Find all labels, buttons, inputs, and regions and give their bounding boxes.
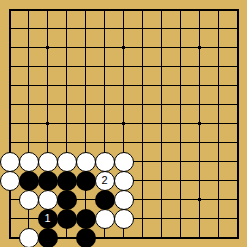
white-stone-c5r9[interactable]: 2 (95, 171, 115, 191)
black-stone-c5r10[interactable] (95, 190, 115, 210)
white-stone-c1r12[interactable] (19, 228, 39, 247)
white-stone-c6r10[interactable] (114, 190, 134, 210)
black-stone-c2r12[interactable] (38, 228, 58, 247)
grid-line-vertical (142, 10, 143, 238)
white-stone-c2r8[interactable] (38, 152, 58, 172)
go-board-diagram: 21 (0, 0, 247, 247)
black-stone-c1r9[interactable] (19, 171, 39, 191)
white-stone-c3r8[interactable] (57, 152, 77, 172)
star-point (198, 46, 201, 49)
white-stone-c6r8[interactable] (114, 152, 134, 172)
white-stone-c1r8[interactable] (19, 152, 39, 172)
grid-line-vertical (161, 10, 162, 238)
white-stone-c0r9[interactable] (0, 171, 20, 191)
star-point (46, 46, 49, 49)
go-board[interactable]: 21 (0, 0, 247, 247)
white-stone-c2r10[interactable] (38, 190, 58, 210)
move-number-label: 2 (101, 175, 107, 186)
star-point (122, 122, 125, 125)
black-stone-c3r10[interactable] (57, 190, 77, 210)
star-point (46, 122, 49, 125)
black-stone-c2r11[interactable]: 1 (38, 209, 58, 229)
white-stone-c0r8[interactable] (0, 152, 20, 172)
white-stone-c5r8[interactable] (95, 152, 115, 172)
star-point (122, 46, 125, 49)
white-stone-c1r10[interactable] (19, 190, 39, 210)
white-stone-c6r9[interactable] (114, 171, 134, 191)
move-number-label: 1 (44, 213, 50, 224)
white-stone-c6r11[interactable] (114, 209, 134, 229)
black-stone-c3r9[interactable] (57, 171, 77, 191)
white-stone-c5r11[interactable] (95, 209, 115, 229)
grid-line-vertical (180, 10, 181, 238)
grid-line-horizontal (10, 142, 238, 143)
star-point (198, 198, 201, 201)
black-stone-c3r11[interactable] (57, 209, 77, 229)
black-stone-c4r12[interactable] (76, 228, 96, 247)
black-stone-c4r11[interactable] (76, 209, 96, 229)
black-stone-c4r9[interactable] (76, 171, 96, 191)
black-stone-c2r9[interactable] (38, 171, 58, 191)
white-stone-c4r8[interactable] (76, 152, 96, 172)
star-point (198, 122, 201, 125)
grid-line-vertical (218, 10, 219, 238)
